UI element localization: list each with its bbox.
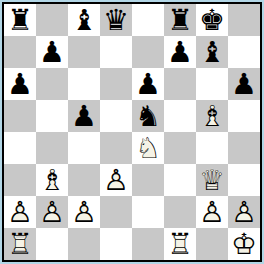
square-f1[interactable]: ♜♖ [164, 228, 196, 260]
square-a5[interactable] [4, 100, 36, 132]
square-b2[interactable]: ♟♙ [36, 196, 68, 228]
piece-black-rook: ♜ [4, 4, 36, 36]
square-g1[interactable] [196, 228, 228, 260]
square-d1[interactable] [100, 228, 132, 260]
piece-black-pawn: ♟ [164, 36, 196, 68]
square-e8[interactable] [132, 4, 164, 36]
square-h2[interactable]: ♟♙ [228, 196, 260, 228]
piece-fill-white-pawn: ♟ [68, 196, 100, 228]
piece-black-rook: ♜ [164, 4, 196, 36]
square-f4[interactable] [164, 132, 196, 164]
square-a8[interactable]: ♜ [4, 4, 36, 36]
square-e3[interactable] [132, 164, 164, 196]
square-e4[interactable]: ♞♘ [132, 132, 164, 164]
square-e6[interactable]: ♟ [132, 68, 164, 100]
square-b3[interactable]: ♝♗ [36, 164, 68, 196]
piece-white-bishop: ♗ [196, 100, 228, 132]
square-a4[interactable] [4, 132, 36, 164]
piece-fill-white-bishop: ♝ [36, 164, 68, 196]
square-d4[interactable] [100, 132, 132, 164]
square-a1[interactable]: ♜♖ [4, 228, 36, 260]
piece-fill-white-bishop: ♝ [196, 100, 228, 132]
square-b6[interactable] [36, 68, 68, 100]
piece-black-queen: ♛ [100, 4, 132, 36]
piece-fill-white-pawn: ♟ [196, 196, 228, 228]
piece-black-pawn: ♟ [4, 68, 36, 100]
piece-fill-white-rook: ♜ [4, 228, 36, 260]
square-g7[interactable]: ♝ [196, 36, 228, 68]
square-a7[interactable] [4, 36, 36, 68]
piece-white-rook: ♖ [164, 228, 196, 260]
square-c3[interactable] [68, 164, 100, 196]
square-b7[interactable]: ♟ [36, 36, 68, 68]
square-c8[interactable]: ♝ [68, 4, 100, 36]
square-h3[interactable] [228, 164, 260, 196]
square-h1[interactable]: ♚♔ [228, 228, 260, 260]
square-f3[interactable] [164, 164, 196, 196]
square-e2[interactable] [132, 196, 164, 228]
square-h5[interactable] [228, 100, 260, 132]
piece-white-rook: ♖ [4, 228, 36, 260]
chess-diagram: ♜♝♛♜♚♟♟♝♟♟♟♟♞♝♗♞♘♝♗♟♙♛♕♟♙♟♙♟♙♟♙♟♙♜♖♜♖♚♔ [0, 0, 264, 264]
piece-fill-white-rook: ♜ [164, 228, 196, 260]
square-a2[interactable]: ♟♙ [4, 196, 36, 228]
piece-white-knight: ♘ [132, 132, 164, 164]
square-f7[interactable]: ♟ [164, 36, 196, 68]
piece-white-pawn: ♙ [36, 196, 68, 228]
piece-white-pawn: ♙ [4, 196, 36, 228]
square-d6[interactable] [100, 68, 132, 100]
piece-black-pawn: ♟ [36, 36, 68, 68]
square-d2[interactable] [100, 196, 132, 228]
square-f2[interactable] [164, 196, 196, 228]
chess-board: ♜♝♛♜♚♟♟♝♟♟♟♟♞♝♗♞♘♝♗♟♙♛♕♟♙♟♙♟♙♟♙♟♙♜♖♜♖♚♔ [4, 4, 260, 260]
square-a6[interactable]: ♟ [4, 68, 36, 100]
square-g2[interactable]: ♟♙ [196, 196, 228, 228]
square-e5[interactable]: ♞ [132, 100, 164, 132]
piece-white-pawn: ♙ [68, 196, 100, 228]
piece-fill-white-king: ♚ [228, 228, 260, 260]
square-f8[interactable]: ♜ [164, 4, 196, 36]
square-g3[interactable]: ♛♕ [196, 164, 228, 196]
square-c6[interactable] [68, 68, 100, 100]
piece-black-bishop: ♝ [68, 4, 100, 36]
square-g4[interactable] [196, 132, 228, 164]
square-e7[interactable] [132, 36, 164, 68]
piece-white-king: ♔ [228, 228, 260, 260]
piece-white-pawn: ♙ [100, 164, 132, 196]
square-b5[interactable] [36, 100, 68, 132]
square-c7[interactable] [68, 36, 100, 68]
square-g8[interactable]: ♚ [196, 4, 228, 36]
square-d7[interactable] [100, 36, 132, 68]
piece-black-bishop: ♝ [196, 36, 228, 68]
piece-white-pawn: ♙ [228, 196, 260, 228]
square-f5[interactable] [164, 100, 196, 132]
piece-black-king: ♚ [196, 4, 228, 36]
square-h7[interactable] [228, 36, 260, 68]
square-b8[interactable] [36, 4, 68, 36]
square-c2[interactable]: ♟♙ [68, 196, 100, 228]
square-d3[interactable]: ♟♙ [100, 164, 132, 196]
square-c4[interactable] [68, 132, 100, 164]
square-f6[interactable] [164, 68, 196, 100]
square-d8[interactable]: ♛ [100, 4, 132, 36]
square-c5[interactable]: ♟ [68, 100, 100, 132]
square-h6[interactable]: ♟ [228, 68, 260, 100]
piece-black-pawn: ♟ [228, 68, 260, 100]
piece-fill-white-pawn: ♟ [36, 196, 68, 228]
piece-fill-white-pawn: ♟ [100, 164, 132, 196]
piece-black-pawn: ♟ [132, 68, 164, 100]
piece-white-pawn: ♙ [196, 196, 228, 228]
square-b4[interactable] [36, 132, 68, 164]
square-d5[interactable] [100, 100, 132, 132]
piece-fill-white-knight: ♞ [132, 132, 164, 164]
piece-fill-white-queen: ♛ [196, 164, 228, 196]
square-a3[interactable] [4, 164, 36, 196]
square-e1[interactable] [132, 228, 164, 260]
square-g5[interactable]: ♝♗ [196, 100, 228, 132]
piece-black-knight: ♞ [132, 100, 164, 132]
piece-black-pawn: ♟ [68, 100, 100, 132]
square-c1[interactable] [68, 228, 100, 260]
square-h8[interactable] [228, 4, 260, 36]
square-g6[interactable] [196, 68, 228, 100]
piece-fill-white-pawn: ♟ [4, 196, 36, 228]
piece-white-bishop: ♗ [36, 164, 68, 196]
square-b1[interactable] [36, 228, 68, 260]
square-h4[interactable] [228, 132, 260, 164]
piece-white-queen: ♕ [196, 164, 228, 196]
piece-fill-white-pawn: ♟ [228, 196, 260, 228]
